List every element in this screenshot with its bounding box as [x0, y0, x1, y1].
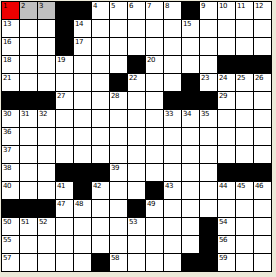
cell-r14c3[interactable]: [56, 254, 73, 271]
cell-r2c5[interactable]: [92, 38, 109, 55]
cell-r3c10[interactable]: [182, 56, 199, 73]
cell-r0c13[interactable]: 11: [236, 2, 253, 19]
clue-number: 15: [183, 20, 191, 28]
cell-r13c1[interactable]: [20, 236, 37, 253]
clue-number: 45: [237, 182, 245, 190]
cell-r5c13[interactable]: [236, 92, 253, 109]
cell-r2c2[interactable]: [38, 38, 55, 55]
cell-r13c0[interactable]: 55: [2, 236, 19, 253]
cell-r6c10[interactable]: 34: [182, 110, 199, 127]
cell-r12c8[interactable]: [146, 218, 163, 235]
clue-number: 54: [219, 218, 227, 226]
clue-number: 31: [21, 110, 29, 118]
cell-r4c8[interactable]: [146, 74, 163, 91]
clue-number: 20: [147, 56, 155, 64]
cell-r7c4[interactable]: [74, 128, 91, 145]
cell-r8c0[interactable]: 37: [2, 146, 19, 163]
cell-r7c2[interactable]: [38, 128, 55, 145]
cell-r10c12[interactable]: 44: [218, 182, 235, 199]
cell-r6c13[interactable]: [236, 110, 253, 127]
cell-r6c9[interactable]: 33: [164, 110, 181, 127]
cell-r11c14[interactable]: [254, 200, 271, 217]
cell-r7c12[interactable]: [218, 128, 235, 145]
cell-r12c13[interactable]: [236, 218, 253, 235]
clue-number: 46: [255, 182, 263, 190]
cell-r1c6[interactable]: [110, 20, 127, 37]
cell-r4c14[interactable]: 26: [254, 74, 271, 91]
clue-number: 6: [129, 2, 133, 10]
clue-number: 55: [3, 236, 11, 244]
cell-r10c5[interactable]: 42: [92, 182, 109, 199]
clue-number: 37: [3, 146, 11, 154]
cell-r11c11[interactable]: [200, 200, 217, 217]
cell-r5c14[interactable]: [254, 92, 271, 109]
cell-r8c1[interactable]: [20, 146, 37, 163]
cell-r14c14[interactable]: [254, 254, 271, 271]
clue-number: 18: [3, 56, 11, 64]
cell-r12c4[interactable]: [74, 218, 91, 235]
clue-number: 12: [255, 2, 263, 10]
black-cell: [38, 200, 55, 217]
cell-r11c8[interactable]: 49: [146, 200, 163, 217]
cell-r4c2[interactable]: [38, 74, 55, 91]
cell-r14c13[interactable]: [236, 254, 253, 271]
cell-r11c4[interactable]: 48: [74, 200, 91, 217]
cell-r8c3[interactable]: [56, 146, 73, 163]
cell-r0c1[interactable]: 2: [20, 2, 37, 19]
cell-r14c12[interactable]: 59: [218, 254, 235, 271]
cell-r2c14[interactable]: [254, 38, 271, 55]
cell-r1c2[interactable]: [38, 20, 55, 37]
cell-r7c10[interactable]: [182, 128, 199, 145]
cell-r9c2[interactable]: [38, 164, 55, 181]
cell-r10c2[interactable]: [38, 182, 55, 199]
crossword-grid: 1234567891011121314151617181920212223242…: [1, 1, 272, 272]
cell-r7c13[interactable]: [236, 128, 253, 145]
black-cell: [182, 254, 199, 271]
clue-number: 27: [57, 92, 65, 100]
cell-r7c1[interactable]: [20, 128, 37, 145]
black-cell: [200, 92, 217, 109]
clue-number: 56: [219, 236, 227, 244]
cell-r14c2[interactable]: [38, 254, 55, 271]
cell-r2c12[interactable]: [218, 38, 235, 55]
cell-r8c14[interactable]: [254, 146, 271, 163]
cell-r3c4[interactable]: [74, 56, 91, 73]
cell-r8c13[interactable]: [236, 146, 253, 163]
cell-r7c3[interactable]: [56, 128, 73, 145]
black-cell: [182, 2, 199, 19]
cell-r7c7[interactable]: [128, 128, 145, 145]
clue-number: 30: [3, 110, 11, 118]
cell-r12c0[interactable]: 50: [2, 218, 19, 235]
cell-r12c3[interactable]: [56, 218, 73, 235]
clue-number: 22: [129, 74, 137, 82]
clue-number: 49: [147, 200, 155, 208]
cell-r2c8[interactable]: [146, 38, 163, 55]
cell-r14c4[interactable]: [74, 254, 91, 271]
cell-r9c11[interactable]: [200, 164, 217, 181]
cell-r7c5[interactable]: [92, 128, 109, 145]
cell-r6c0[interactable]: 30: [2, 110, 19, 127]
cell-r9c0[interactable]: 38: [2, 164, 19, 181]
clue-number: 58: [111, 254, 119, 262]
clue-number: 35: [201, 110, 209, 118]
cell-r8c7[interactable]: [128, 146, 145, 163]
cell-r12c10[interactable]: [182, 218, 199, 235]
cell-r8c9[interactable]: [164, 146, 181, 163]
black-cell: [74, 2, 91, 19]
cell-r6c1[interactable]: 31: [20, 110, 37, 127]
clue-number: 3: [39, 2, 43, 10]
black-cell: [164, 92, 181, 109]
cell-r10c1[interactable]: [20, 182, 37, 199]
cell-r13c4[interactable]: [74, 236, 91, 253]
clue-number: 36: [3, 128, 11, 136]
cell-r6c3[interactable]: [56, 110, 73, 127]
cell-r4c4[interactable]: [74, 74, 91, 91]
black-cell: [74, 164, 91, 181]
cell-r6c5[interactable]: [92, 110, 109, 127]
cell-r1c5[interactable]: [92, 20, 109, 37]
cell-r12c14[interactable]: [254, 218, 271, 235]
cell-r4c1[interactable]: [20, 74, 37, 91]
cell-r4c0[interactable]: 21: [2, 74, 19, 91]
clue-number: 9: [201, 2, 205, 10]
cell-r13c12[interactable]: 56: [218, 236, 235, 253]
cell-r5c4[interactable]: [74, 92, 91, 109]
clue-number: 57: [3, 254, 11, 262]
cell-r9c6[interactable]: 39: [110, 164, 127, 181]
black-cell: [200, 236, 217, 253]
cell-r1c9[interactable]: [164, 20, 181, 37]
cell-r4c11[interactable]: 23: [200, 74, 217, 91]
cell-r7c14[interactable]: [254, 128, 271, 145]
black-cell: [56, 38, 73, 55]
cell-r1c1[interactable]: [20, 20, 37, 37]
clue-number: 40: [3, 182, 11, 190]
cell-r2c4[interactable]: 17: [74, 38, 91, 55]
clue-number: 1: [3, 2, 7, 10]
cell-r12c5[interactable]: [92, 218, 109, 235]
clue-number: 19: [57, 56, 65, 64]
cell-r7c6[interactable]: [110, 128, 127, 145]
clue-number: 7: [147, 2, 151, 10]
black-cell: [74, 182, 91, 199]
cell-r14c7[interactable]: [128, 254, 145, 271]
cell-r3c9[interactable]: [164, 56, 181, 73]
cell-r2c6[interactable]: [110, 38, 127, 55]
cell-r5c12[interactable]: 29: [218, 92, 235, 109]
cell-r4c5[interactable]: [92, 74, 109, 91]
cell-r8c11[interactable]: [200, 146, 217, 163]
cell-r8c2[interactable]: [38, 146, 55, 163]
cell-r13c7[interactable]: [128, 236, 145, 253]
cell-r12c9[interactable]: [164, 218, 181, 235]
clue-number: 47: [57, 200, 65, 208]
black-cell: [92, 164, 109, 181]
clue-number: 17: [75, 38, 83, 46]
cell-r8c6[interactable]: [110, 146, 127, 163]
cell-r4c7[interactable]: 22: [128, 74, 145, 91]
clue-number: 44: [219, 182, 227, 190]
cell-r1c4[interactable]: 14: [74, 20, 91, 37]
cell-r10c0[interactable]: 40: [2, 182, 19, 199]
clue-number: 13: [3, 20, 11, 28]
cell-r8c10[interactable]: [182, 146, 199, 163]
cell-r11c12[interactable]: [218, 200, 235, 217]
cell-r9c8[interactable]: [146, 164, 163, 181]
clue-number: 11: [237, 2, 245, 10]
cell-r14c1[interactable]: [20, 254, 37, 271]
cell-r10c7[interactable]: [128, 182, 145, 199]
cell-r11c6[interactable]: [110, 200, 127, 217]
cell-r9c7[interactable]: [128, 164, 145, 181]
black-cell: [56, 2, 73, 19]
black-cell: [218, 56, 235, 73]
black-cell: [2, 92, 19, 109]
cell-r0c9[interactable]: 8: [164, 2, 181, 19]
cell-r9c9[interactable]: [164, 164, 181, 181]
clue-number: 10: [219, 2, 227, 10]
cell-r14c8[interactable]: [146, 254, 163, 271]
cell-r1c0[interactable]: 13: [2, 20, 19, 37]
clue-number: 14: [75, 20, 83, 28]
cell-r5c5[interactable]: [92, 92, 109, 109]
cell-r4c3[interactable]: [56, 74, 73, 91]
cell-r0c8[interactable]: 7: [146, 2, 163, 19]
cell-r14c6[interactable]: 58: [110, 254, 127, 271]
cell-r13c6[interactable]: [110, 236, 127, 253]
cell-r0c14[interactable]: 12: [254, 2, 271, 19]
cell-r12c7[interactable]: 53: [128, 218, 145, 235]
black-cell: [128, 56, 145, 73]
cell-r3c1[interactable]: [20, 56, 37, 73]
cell-r13c9[interactable]: [164, 236, 181, 253]
cell-r4c13[interactable]: 25: [236, 74, 253, 91]
cell-r6c14[interactable]: [254, 110, 271, 127]
cell-r13c10[interactable]: [182, 236, 199, 253]
cell-r6c2[interactable]: 32: [38, 110, 55, 127]
cell-r5c3[interactable]: 27: [56, 92, 73, 109]
cell-r10c13[interactable]: 45: [236, 182, 253, 199]
black-cell: [236, 164, 253, 181]
cell-r6c8[interactable]: [146, 110, 163, 127]
black-cell: [218, 164, 235, 181]
clue-number: 53: [129, 218, 137, 226]
cell-r4c12[interactable]: 24: [218, 74, 235, 91]
cell-r10c11[interactable]: [200, 182, 217, 199]
cell-r2c10[interactable]: [182, 38, 199, 55]
cell-r8c4[interactable]: [74, 146, 91, 163]
cell-r1c14[interactable]: [254, 20, 271, 37]
black-cell: [20, 92, 37, 109]
clue-number: 50: [3, 218, 11, 226]
cell-r12c2[interactable]: 52: [38, 218, 55, 235]
black-cell: [254, 164, 271, 181]
cell-r11c5[interactable]: [92, 200, 109, 217]
cell-r10c6[interactable]: [110, 182, 127, 199]
cell-r6c12[interactable]: [218, 110, 235, 127]
cell-r6c11[interactable]: 35: [200, 110, 217, 127]
cell-r11c3[interactable]: 47: [56, 200, 73, 217]
cell-r13c13[interactable]: [236, 236, 253, 253]
cell-r13c8[interactable]: [146, 236, 163, 253]
cell-r8c8[interactable]: [146, 146, 163, 163]
cell-r3c0[interactable]: 18: [2, 56, 19, 73]
cell-r3c5[interactable]: [92, 56, 109, 73]
cell-r1c12[interactable]: [218, 20, 235, 37]
cell-r6c7[interactable]: [128, 110, 145, 127]
clue-number: 16: [3, 38, 11, 46]
cell-r14c9[interactable]: [164, 254, 181, 271]
clue-number: 43: [165, 182, 173, 190]
black-cell: [182, 92, 199, 109]
black-cell: [110, 74, 127, 91]
clue-number: 33: [165, 110, 173, 118]
cell-r13c5[interactable]: [92, 236, 109, 253]
cell-r1c13[interactable]: [236, 20, 253, 37]
cell-r13c2[interactable]: [38, 236, 55, 253]
clue-number: 32: [39, 110, 47, 118]
cell-r3c2[interactable]: [38, 56, 55, 73]
black-cell: [56, 20, 73, 37]
black-cell: [38, 92, 55, 109]
cell-r0c6[interactable]: 5: [110, 2, 127, 19]
cell-r2c13[interactable]: [236, 38, 253, 55]
cell-r0c7[interactable]: 6: [128, 2, 145, 19]
black-cell: [128, 200, 145, 217]
cell-r1c7[interactable]: [128, 20, 145, 37]
cell-r0c5[interactable]: 4: [92, 2, 109, 19]
clue-number: 41: [57, 182, 65, 190]
cell-r8c5[interactable]: [92, 146, 109, 163]
cell-r10c9[interactable]: 43: [164, 182, 181, 199]
black-cell: [200, 218, 217, 235]
cell-r11c13[interactable]: [236, 200, 253, 217]
clue-number: 52: [39, 218, 47, 226]
clue-number: 2: [21, 2, 25, 10]
cell-r13c3[interactable]: [56, 236, 73, 253]
cell-r0c12[interactable]: 10: [218, 2, 235, 19]
clue-number: 26: [255, 74, 263, 82]
clue-number: 5: [111, 2, 115, 10]
clue-number: 29: [219, 92, 227, 100]
cell-r5c6[interactable]: 28: [110, 92, 127, 109]
clue-number: 25: [237, 74, 245, 82]
cell-r10c14[interactable]: 46: [254, 182, 271, 199]
cell-r9c10[interactable]: [182, 164, 199, 181]
cell-r1c8[interactable]: [146, 20, 163, 37]
cell-r9c1[interactable]: [20, 164, 37, 181]
black-cell: [2, 200, 19, 217]
clue-number: 38: [3, 164, 11, 172]
cell-r5c7[interactable]: [128, 92, 145, 109]
black-cell: [182, 74, 199, 91]
cell-r7c0[interactable]: 36: [2, 128, 19, 145]
cell-r0c2[interactable]: 3: [38, 2, 55, 19]
cell-r8c12[interactable]: [218, 146, 235, 163]
cell-r12c12[interactable]: 54: [218, 218, 235, 235]
clue-number: 21: [3, 74, 11, 82]
cell-r7c8[interactable]: [146, 128, 163, 145]
cell-r2c11[interactable]: [200, 38, 217, 55]
cell-r2c0[interactable]: 16: [2, 38, 19, 55]
black-cell: [92, 254, 109, 271]
clue-number: 39: [111, 164, 119, 172]
black-cell: [56, 164, 73, 181]
cell-r3c3[interactable]: 19: [56, 56, 73, 73]
clue-number: 8: [165, 2, 169, 10]
cell-r1c10[interactable]: 15: [182, 20, 199, 37]
cell-r10c3[interactable]: 41: [56, 182, 73, 199]
cell-r2c7[interactable]: [128, 38, 145, 55]
clue-number: 59: [219, 254, 227, 262]
cell-r3c11[interactable]: [200, 56, 217, 73]
cell-r5c8[interactable]: [146, 92, 163, 109]
black-cell: [200, 254, 217, 271]
clue-number: 42: [93, 182, 101, 190]
cell-r12c6[interactable]: [110, 218, 127, 235]
clue-number: 4: [93, 2, 97, 10]
clue-number: 51: [21, 218, 29, 226]
cell-r11c10[interactable]: [182, 200, 199, 217]
clue-number: 24: [219, 74, 227, 82]
black-cell: [146, 182, 163, 199]
cell-r4c9[interactable]: [164, 74, 181, 91]
clue-number: 48: [75, 200, 83, 208]
cell-r11c9[interactable]: [164, 200, 181, 217]
cell-r14c0[interactable]: 57: [2, 254, 19, 271]
cell-r0c0[interactable]: 1: [2, 2, 19, 19]
cell-r3c6[interactable]: [110, 56, 127, 73]
cell-r13c14[interactable]: [254, 236, 271, 253]
clue-number: 34: [183, 110, 191, 118]
cell-r7c11[interactable]: [200, 128, 217, 145]
clue-number: 23: [201, 74, 209, 82]
clue-number: 28: [111, 92, 119, 100]
black-cell: [254, 56, 271, 73]
black-cell: [20, 200, 37, 217]
black-cell: [236, 56, 253, 73]
cell-r2c1[interactable]: [20, 38, 37, 55]
cell-r6c4[interactable]: [74, 110, 91, 127]
cell-r6c6[interactable]: [110, 110, 127, 127]
cell-r1c11[interactable]: [200, 20, 217, 37]
cell-r0c11[interactable]: 9: [200, 2, 217, 19]
cell-r10c10[interactable]: [182, 182, 199, 199]
cell-r2c9[interactable]: [164, 38, 181, 55]
cell-r7c9[interactable]: [164, 128, 181, 145]
cell-r12c1[interactable]: 51: [20, 218, 37, 235]
cell-r3c8[interactable]: 20: [146, 56, 163, 73]
